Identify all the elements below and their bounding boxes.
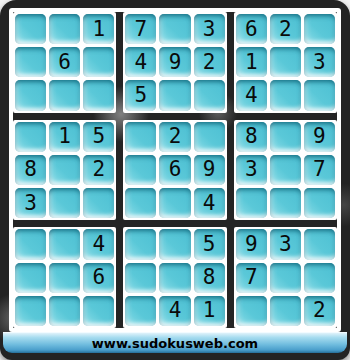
cell-r7c5[interactable]	[159, 229, 190, 259]
cell-r6c3[interactable]	[83, 188, 114, 218]
box-7: 46	[13, 227, 116, 328]
cell-r3c4[interactable]: 5	[125, 80, 156, 110]
cell-r6c8[interactable]	[270, 188, 301, 218]
cell-r6c1[interactable]: 3	[15, 188, 46, 218]
cell-r9c4[interactable]	[125, 296, 156, 326]
cell-r9c3[interactable]	[83, 296, 114, 326]
cell-r9c7[interactable]	[236, 296, 267, 326]
footer-bar: www.sudokusweb.com	[3, 332, 347, 353]
box-6-cells: 8937	[236, 122, 335, 219]
cell-r5c8[interactable]	[270, 155, 301, 185]
box-grid: 167349256213415823269489374658419372	[13, 12, 337, 328]
cell-r5c4[interactable]	[125, 155, 156, 185]
box-3: 62134	[234, 12, 337, 113]
cell-r4c3[interactable]: 5	[83, 122, 114, 152]
cell-r9c1[interactable]	[15, 296, 46, 326]
cell-r7c3[interactable]: 4	[83, 229, 114, 259]
cell-r6c4[interactable]	[125, 188, 156, 218]
cell-r2c3[interactable]	[83, 47, 114, 77]
box-8-cells: 5841	[125, 229, 224, 326]
cell-r1c4[interactable]: 7	[125, 14, 156, 44]
cell-r4c6[interactable]	[194, 122, 225, 152]
cell-r8c5[interactable]	[159, 263, 190, 293]
cell-r5c1[interactable]: 8	[15, 155, 46, 185]
sudoku-widget: 167349256213415823269489374658419372 www…	[0, 0, 350, 360]
box-2-cells: 734925	[125, 14, 224, 111]
cell-r3c3[interactable]	[83, 80, 114, 110]
cell-r1c7[interactable]: 6	[236, 14, 267, 44]
cell-r7c6[interactable]: 5	[194, 229, 225, 259]
cell-r9c9[interactable]: 2	[304, 296, 335, 326]
box-4-cells: 15823	[15, 122, 114, 219]
cell-r1c6[interactable]: 3	[194, 14, 225, 44]
cell-r4c8[interactable]	[270, 122, 301, 152]
cell-r7c8[interactable]: 3	[270, 229, 301, 259]
cell-r2c8[interactable]	[270, 47, 301, 77]
cell-r6c5[interactable]	[159, 188, 190, 218]
cell-r2c4[interactable]: 4	[125, 47, 156, 77]
cell-r3c9[interactable]	[304, 80, 335, 110]
cell-r1c3[interactable]: 1	[83, 14, 114, 44]
cell-r4c7[interactable]: 8	[236, 122, 267, 152]
cell-r1c5[interactable]	[159, 14, 190, 44]
cell-r8c8[interactable]	[270, 263, 301, 293]
cell-r4c4[interactable]	[125, 122, 156, 152]
cell-r1c8[interactable]: 2	[270, 14, 301, 44]
cell-r5c3[interactable]: 2	[83, 155, 114, 185]
box-7-cells: 46	[15, 229, 114, 326]
cell-r5c9[interactable]: 7	[304, 155, 335, 185]
box-6: 8937	[234, 120, 337, 221]
box-9-cells: 9372	[236, 229, 335, 326]
box-2: 734925	[123, 12, 226, 113]
cell-r5c2[interactable]	[49, 155, 80, 185]
cell-r7c4[interactable]	[125, 229, 156, 259]
cell-r9c5[interactable]: 4	[159, 296, 190, 326]
cell-r7c1[interactable]	[15, 229, 46, 259]
cell-r4c1[interactable]	[15, 122, 46, 152]
box-5-cells: 2694	[125, 122, 224, 219]
cell-r3c8[interactable]	[270, 80, 301, 110]
box-4: 15823	[13, 120, 116, 221]
cell-r4c9[interactable]: 9	[304, 122, 335, 152]
cell-r3c7[interactable]: 4	[236, 80, 267, 110]
cell-r8c6[interactable]: 8	[194, 263, 225, 293]
cell-r2c2[interactable]: 6	[49, 47, 80, 77]
cell-r7c7[interactable]: 9	[236, 229, 267, 259]
box-1: 16	[13, 12, 116, 113]
cell-r8c1[interactable]	[15, 263, 46, 293]
cell-r8c9[interactable]	[304, 263, 335, 293]
box-9: 9372	[234, 227, 337, 328]
cell-r7c9[interactable]	[304, 229, 335, 259]
cell-r8c4[interactable]	[125, 263, 156, 293]
box-3-cells: 62134	[236, 14, 335, 111]
cell-r2c1[interactable]	[15, 47, 46, 77]
board-frame: 167349256213415823269489374658419372 www…	[0, 0, 350, 360]
cell-r5c7[interactable]: 3	[236, 155, 267, 185]
cell-r2c6[interactable]: 2	[194, 47, 225, 77]
cell-r2c7[interactable]: 1	[236, 47, 267, 77]
board-panel: 167349256213415823269489374658419372	[9, 8, 341, 332]
cell-r8c3[interactable]: 6	[83, 263, 114, 293]
cell-r8c2[interactable]	[49, 263, 80, 293]
site-url[interactable]: www.sudokusweb.com	[92, 336, 258, 351]
cell-r9c6[interactable]: 1	[194, 296, 225, 326]
cell-r3c1[interactable]	[15, 80, 46, 110]
cell-r9c2[interactable]	[49, 296, 80, 326]
cell-r1c2[interactable]	[49, 14, 80, 44]
cell-r2c5[interactable]: 9	[159, 47, 190, 77]
cell-r6c2[interactable]	[49, 188, 80, 218]
cell-r1c1[interactable]	[15, 14, 46, 44]
cell-r5c5[interactable]: 6	[159, 155, 190, 185]
cell-r4c2[interactable]: 1	[49, 122, 80, 152]
cell-r4c5[interactable]: 2	[159, 122, 190, 152]
cell-r6c7[interactable]	[236, 188, 267, 218]
cell-r1c9[interactable]	[304, 14, 335, 44]
box-1-cells: 16	[15, 14, 114, 111]
cell-r3c5[interactable]	[159, 80, 190, 110]
cell-r3c6[interactable]	[194, 80, 225, 110]
cell-r6c6[interactable]: 4	[194, 188, 225, 218]
cell-r6c9[interactable]	[304, 188, 335, 218]
cell-r7c2[interactable]	[49, 229, 80, 259]
cell-r2c9[interactable]: 3	[304, 47, 335, 77]
cell-r9c8[interactable]	[270, 296, 301, 326]
box-8: 5841	[123, 227, 226, 328]
cell-r5c6[interactable]: 9	[194, 155, 225, 185]
cell-r3c2[interactable]	[49, 80, 80, 110]
box-5: 2694	[123, 120, 226, 221]
cell-r8c7[interactable]: 7	[236, 263, 267, 293]
